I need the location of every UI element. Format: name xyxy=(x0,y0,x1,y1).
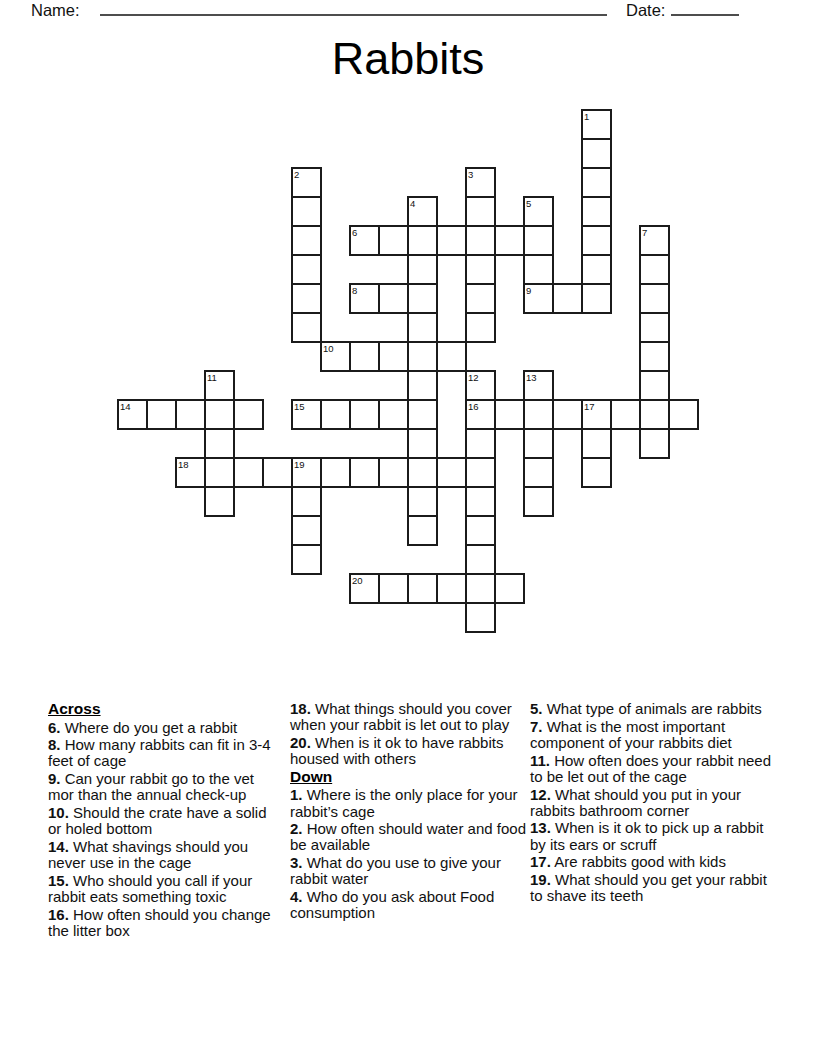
grid-cell-r6c9[interactable] xyxy=(378,283,409,314)
clue-number-label: 12. xyxy=(530,786,551,803)
grid-cell-r10c7[interactable] xyxy=(320,399,351,430)
grid-cell-r4c11[interactable] xyxy=(436,225,467,256)
grid-cell-r16c12[interactable] xyxy=(465,573,496,604)
clue-number-label: 8. xyxy=(48,736,61,753)
grid-cell-r12c14[interactable] xyxy=(523,457,554,488)
grid-cell-r6c8[interactable]: 8 xyxy=(349,283,380,314)
grid-cell-r10c19[interactable] xyxy=(668,399,699,430)
grid-cell-r8c8[interactable] xyxy=(349,341,380,372)
clue-number-label: 3. xyxy=(290,854,303,871)
cell-number-11: 11 xyxy=(207,372,217,383)
grid-cell-r3c10[interactable]: 4 xyxy=(407,196,438,227)
grid-cell-r9c12[interactable]: 12 xyxy=(465,370,496,401)
clue-3-down: 3. What do you use to give your rabbit w… xyxy=(290,855,529,887)
grid-cell-r12c12[interactable] xyxy=(465,457,496,488)
grid-cell-r10c17[interactable] xyxy=(610,399,641,430)
cell-number-16: 16 xyxy=(468,401,479,412)
grid-cell-r10c16[interactable]: 17 xyxy=(581,399,612,430)
clue-number-label: 4. xyxy=(290,888,303,905)
grid-cell-r4c16[interactable] xyxy=(581,225,612,256)
grid-cell-r15c12[interactable] xyxy=(465,544,496,575)
cell-number-10: 10 xyxy=(323,343,334,354)
grid-cell-r10c18[interactable] xyxy=(639,399,670,430)
clue-14-across: 14. What shavings should you never use i… xyxy=(48,839,282,871)
grid-cell-r2c16[interactable] xyxy=(581,167,612,198)
grid-cell-r6c10[interactable] xyxy=(407,283,438,314)
cell-number-8: 8 xyxy=(352,285,357,296)
grid-cell-r16c8[interactable]: 20 xyxy=(349,573,380,604)
grid-cell-r10c2[interactable] xyxy=(175,399,206,430)
grid-cell-r9c14[interactable]: 13 xyxy=(523,370,554,401)
grid-cell-r15c6[interactable] xyxy=(291,544,322,575)
clue-18-across: 18. What things should you cover when yo… xyxy=(290,701,529,733)
grid-cell-r5c10[interactable] xyxy=(407,254,438,285)
grid-cell-r14c10[interactable] xyxy=(407,515,438,546)
grid-cell-r8c10[interactable] xyxy=(407,341,438,372)
grid-cell-r16c10[interactable] xyxy=(407,573,438,604)
grid-cell-r8c18[interactable] xyxy=(639,341,670,372)
clue-2-down: 2. How often should water and food be av… xyxy=(290,821,529,853)
grid-cell-r10c10[interactable] xyxy=(407,399,438,430)
grid-cell-r12c3[interactable] xyxy=(204,457,235,488)
grid-cell-r10c12[interactable]: 16 xyxy=(465,399,496,430)
grid-cell-r16c9[interactable] xyxy=(378,573,409,604)
cell-number-2: 2 xyxy=(294,169,299,180)
grid-cell-r4c18[interactable]: 7 xyxy=(639,225,670,256)
grid-cell-r13c3[interactable] xyxy=(204,486,235,517)
grid-cell-r9c18[interactable] xyxy=(639,370,670,401)
grid-cell-r8c9[interactable] xyxy=(378,341,409,372)
clue-13-down: 13. When is it ok to pick up a rabbit by… xyxy=(530,820,777,852)
cell-number-1: 1 xyxy=(584,111,589,122)
grid-cell-r10c4[interactable] xyxy=(233,399,264,430)
page-title: Rabbits xyxy=(0,33,816,85)
grid-cell-r5c18[interactable] xyxy=(639,254,670,285)
cell-number-20: 20 xyxy=(352,575,363,586)
date-label: Date: xyxy=(626,1,665,20)
clue-7-down: 7. What is the most important component … xyxy=(530,719,777,751)
clue-5-down: 5. What type of animals are rabbits xyxy=(530,701,777,717)
cell-number-7: 7 xyxy=(642,227,647,238)
clue-number-label: 9. xyxy=(48,770,61,787)
grid-cell-r6c18[interactable] xyxy=(639,283,670,314)
grid-cell-r10c9[interactable] xyxy=(378,399,409,430)
clue-number-label: 20. xyxy=(290,734,311,751)
grid-cell-r10c3[interactable] xyxy=(204,399,235,430)
grid-cell-r6c12[interactable] xyxy=(465,283,496,314)
grid-cell-r12c16[interactable] xyxy=(581,457,612,488)
clue-number-label: 6. xyxy=(48,719,61,736)
grid-cell-r12c9[interactable] xyxy=(378,457,409,488)
grid-cell-r4c14[interactable] xyxy=(523,225,554,256)
clue-number-label: 2. xyxy=(290,820,303,837)
clue-4-down: 4. Who do you ask about Food consumption xyxy=(290,889,529,921)
grid-cell-r9c3[interactable]: 11 xyxy=(204,370,235,401)
grid-cell-r0c16[interactable]: 1 xyxy=(581,109,612,140)
cell-number-15: 15 xyxy=(294,401,305,412)
grid-cell-r6c15[interactable] xyxy=(552,283,583,314)
clue-12-down: 12. What should you put in your rabbits … xyxy=(530,787,777,819)
grid-cell-r10c13[interactable] xyxy=(494,399,525,430)
clue-column-2: 18. What things should you cover when yo… xyxy=(290,701,529,923)
grid-cell-r5c16[interactable] xyxy=(581,254,612,285)
grid-cell-r7c12[interactable] xyxy=(465,312,496,343)
grid-cell-r11c3[interactable] xyxy=(204,428,235,459)
clue-11-down: 11. How often does your rabbit need to b… xyxy=(530,753,777,785)
grid-cell-r12c6[interactable]: 19 xyxy=(291,457,322,488)
cell-number-13: 13 xyxy=(526,372,537,383)
grid-cell-r12c4[interactable] xyxy=(233,457,264,488)
grid-cell-r16c11[interactable] xyxy=(436,573,467,604)
grid-cell-r13c12[interactable] xyxy=(465,486,496,517)
grid-cell-r12c2[interactable]: 18 xyxy=(175,457,206,488)
grid-cell-r6c6[interactable] xyxy=(291,283,322,314)
clue-17-down: 17. Are rabbits good with kids xyxy=(530,854,777,870)
clue-column-1: Across6. Where do you get a rabbit8. How… xyxy=(48,701,282,941)
grid-cell-r11c12[interactable] xyxy=(465,428,496,459)
clue-number-label: 16. xyxy=(48,906,69,923)
clue-9-across: 9. Can your rabbit go to the vet mor tha… xyxy=(48,771,282,803)
grid-cell-r12c5[interactable] xyxy=(262,457,293,488)
cell-number-4: 4 xyxy=(410,198,415,209)
grid-cell-r13c10[interactable] xyxy=(407,486,438,517)
clue-number-label: 1. xyxy=(290,786,303,803)
date-input-line[interactable] xyxy=(671,14,739,16)
grid-cell-r3c14[interactable]: 5 xyxy=(523,196,554,227)
grid-cell-r14c6[interactable] xyxy=(291,515,322,546)
cell-number-19: 19 xyxy=(294,459,305,470)
grid-cell-r4c6[interactable] xyxy=(291,225,322,256)
grid-cell-r7c6[interactable] xyxy=(291,312,322,343)
grid-cell-r5c12[interactable] xyxy=(465,254,496,285)
grid-cell-r3c16[interactable] xyxy=(581,196,612,227)
clue-20-across: 20. When is it ok to have rabbits housed… xyxy=(290,735,529,767)
grid-cell-r2c6[interactable]: 2 xyxy=(291,167,322,198)
clue-number-label: 10. xyxy=(48,804,69,821)
grid-cell-r4c9[interactable] xyxy=(378,225,409,256)
grid-cell-r5c14[interactable] xyxy=(523,254,554,285)
clue-number-label: 15. xyxy=(48,872,69,889)
grid-cell-r6c16[interactable] xyxy=(581,283,612,314)
cell-number-14: 14 xyxy=(120,401,131,412)
clue-15-across: 15. Who should you call if your rabbit e… xyxy=(48,873,282,905)
name-label: Name: xyxy=(31,1,80,20)
cell-number-18: 18 xyxy=(178,459,189,470)
grid-cell-r3c12[interactable] xyxy=(465,196,496,227)
cell-number-6: 6 xyxy=(352,227,357,238)
grid-cell-r4c12[interactable] xyxy=(465,225,496,256)
grid-cell-r12c8[interactable] xyxy=(349,457,380,488)
clue-number-label: 18. xyxy=(290,700,311,717)
grid-cell-r12c11[interactable] xyxy=(436,457,467,488)
grid-cell-r12c7[interactable] xyxy=(320,457,351,488)
clue-number-label: 7. xyxy=(530,718,543,735)
grid-cell-r8c7[interactable]: 10 xyxy=(320,341,351,372)
clue-6-across: 6. Where do you get a rabbit xyxy=(48,720,282,736)
crossword-grid: 1234567891011121314151617181920 xyxy=(118,110,700,634)
grid-cell-r7c10[interactable] xyxy=(407,312,438,343)
grid-cell-r10c6[interactable]: 15 xyxy=(291,399,322,430)
grid-cell-r4c10[interactable] xyxy=(407,225,438,256)
grid-cell-r11c18[interactable] xyxy=(639,428,670,459)
grid-cell-r10c0[interactable]: 14 xyxy=(117,399,148,430)
grid-cell-r1c16[interactable] xyxy=(581,138,612,169)
clue-column-3: 5. What type of animals are rabbits7. Wh… xyxy=(530,701,777,906)
cell-number-3: 3 xyxy=(468,169,473,180)
cell-number-17: 17 xyxy=(584,401,595,412)
name-input-line[interactable] xyxy=(100,14,607,16)
clue-8-across: 8. How many rabbits can fit in 3-4 feet … xyxy=(48,737,282,769)
clue-number-label: 14. xyxy=(48,838,69,855)
clue-number-label: 17. xyxy=(530,853,551,870)
clue-10-across: 10. Should the crate have a solid or hol… xyxy=(48,805,282,837)
grid-cell-r9c10[interactable] xyxy=(407,370,438,401)
clue-19-down: 19. What should you get your rabbit to s… xyxy=(530,872,777,904)
cell-number-12: 12 xyxy=(468,372,479,383)
grid-cell-r5c6[interactable] xyxy=(291,254,322,285)
clue-16-across: 16. How often should you change the litt… xyxy=(48,907,282,939)
cell-number-5: 5 xyxy=(526,198,531,209)
grid-cell-r14c12[interactable] xyxy=(465,515,496,546)
grid-cell-r3c6[interactable] xyxy=(291,196,322,227)
clue-number-label: 5. xyxy=(530,700,543,717)
grid-cell-r11c10[interactable] xyxy=(407,428,438,459)
grid-cell-r11c16[interactable] xyxy=(581,428,612,459)
grid-cell-r13c6[interactable] xyxy=(291,486,322,517)
grid-cell-r16c13[interactable] xyxy=(494,573,525,604)
grid-cell-r17c12[interactable] xyxy=(465,602,496,633)
grid-cell-r2c12[interactable]: 3 xyxy=(465,167,496,198)
grid-cell-r10c8[interactable] xyxy=(349,399,380,430)
grid-cell-r4c13[interactable] xyxy=(494,225,525,256)
cell-number-9: 9 xyxy=(526,285,531,296)
grid-cell-r8c11[interactable] xyxy=(436,341,467,372)
grid-cell-r10c1[interactable] xyxy=(146,399,177,430)
grid-cell-r10c14[interactable] xyxy=(523,399,554,430)
down-heading: Down xyxy=(290,769,529,786)
clue-number-label: 19. xyxy=(530,871,551,888)
grid-cell-r10c15[interactable] xyxy=(552,399,583,430)
grid-cell-r11c14[interactable] xyxy=(523,428,554,459)
across-heading: Across xyxy=(48,701,282,718)
grid-cell-r7c18[interactable] xyxy=(639,312,670,343)
grid-cell-r4c8[interactable]: 6 xyxy=(349,225,380,256)
grid-cell-r13c14[interactable] xyxy=(523,486,554,517)
clue-number-label: 11. xyxy=(530,752,550,769)
clue-1-down: 1. Where is the only place for your rabb… xyxy=(290,787,529,819)
grid-cell-r12c10[interactable] xyxy=(407,457,438,488)
grid-cell-r6c14[interactable]: 9 xyxy=(523,283,554,314)
clue-number-label: 13. xyxy=(530,819,551,836)
